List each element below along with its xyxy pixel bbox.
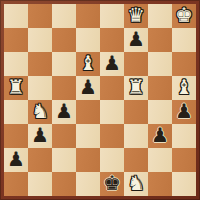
square-g2[interactable] xyxy=(148,148,172,172)
square-g5[interactable] xyxy=(148,76,172,100)
square-a4[interactable] xyxy=(4,100,28,124)
square-b3[interactable]: ♟ xyxy=(28,124,52,148)
square-a6[interactable] xyxy=(4,52,28,76)
square-f5[interactable]: ♜ xyxy=(124,76,148,100)
square-f7[interactable]: ♟ xyxy=(124,28,148,52)
square-d8[interactable] xyxy=(76,4,100,28)
square-b1[interactable] xyxy=(28,172,52,196)
square-d3[interactable] xyxy=(76,124,100,148)
black-pawn-f7[interactable]: ♟ xyxy=(127,28,145,51)
square-a2[interactable]: ♟ xyxy=(4,148,28,172)
square-d4[interactable] xyxy=(76,100,100,124)
square-g4[interactable] xyxy=(148,100,172,124)
square-g6[interactable] xyxy=(148,52,172,76)
square-e8[interactable] xyxy=(100,4,124,28)
square-d7[interactable] xyxy=(76,28,100,52)
square-f4[interactable] xyxy=(124,100,148,124)
black-pawn-h4[interactable]: ♟ xyxy=(175,100,193,123)
square-f3[interactable] xyxy=(124,124,148,148)
square-b7[interactable] xyxy=(28,28,52,52)
square-d2[interactable] xyxy=(76,148,100,172)
square-b6[interactable] xyxy=(28,52,52,76)
square-f6[interactable] xyxy=(124,52,148,76)
square-b8[interactable] xyxy=(28,4,52,28)
square-c8[interactable] xyxy=(52,4,76,28)
square-d1[interactable] xyxy=(76,172,100,196)
square-g1[interactable] xyxy=(148,172,172,196)
square-e7[interactable] xyxy=(100,28,124,52)
square-a3[interactable] xyxy=(4,124,28,148)
square-d6[interactable]: ♝ xyxy=(76,52,100,76)
square-e4[interactable] xyxy=(100,100,124,124)
square-e6[interactable]: ♟ xyxy=(100,52,124,76)
white-rook-a5[interactable]: ♜ xyxy=(7,76,25,99)
square-h3[interactable] xyxy=(172,124,196,148)
square-a5[interactable]: ♜ xyxy=(4,76,28,100)
white-knight-f1[interactable]: ♞ xyxy=(127,172,145,195)
square-h6[interactable] xyxy=(172,52,196,76)
black-pawn-e6[interactable]: ♟ xyxy=(103,52,121,75)
square-g7[interactable] xyxy=(148,28,172,52)
black-pawn-a2[interactable]: ♟ xyxy=(7,148,25,171)
white-bishop-h5[interactable]: ♝ xyxy=(175,76,193,99)
square-c6[interactable] xyxy=(52,52,76,76)
square-c2[interactable] xyxy=(52,148,76,172)
square-b5[interactable] xyxy=(28,76,52,100)
black-pawn-d5[interactable]: ♟ xyxy=(79,76,97,99)
square-c3[interactable] xyxy=(52,124,76,148)
square-g8[interactable] xyxy=(148,4,172,28)
square-a8[interactable] xyxy=(4,4,28,28)
black-pawn-b3[interactable]: ♟ xyxy=(31,124,49,147)
square-f8[interactable]: ♛ xyxy=(124,4,148,28)
square-a1[interactable] xyxy=(4,172,28,196)
square-c4[interactable]: ♟ xyxy=(52,100,76,124)
chess-board: ♛♚♟♝♟♜♟♜♝♞♟♟♟♟♟♚♞ xyxy=(4,4,196,196)
square-a7[interactable] xyxy=(4,28,28,52)
black-pawn-c4[interactable]: ♟ xyxy=(55,100,73,123)
square-h8[interactable]: ♚ xyxy=(172,4,196,28)
white-bishop-d6[interactable]: ♝ xyxy=(79,52,97,75)
white-queen-f8[interactable]: ♛ xyxy=(127,4,145,27)
square-e2[interactable] xyxy=(100,148,124,172)
square-e5[interactable] xyxy=(100,76,124,100)
square-g3[interactable]: ♟ xyxy=(148,124,172,148)
black-king-e1[interactable]: ♚ xyxy=(103,172,121,195)
square-h1[interactable] xyxy=(172,172,196,196)
black-pawn-g3[interactable]: ♟ xyxy=(151,124,169,147)
square-b2[interactable] xyxy=(28,148,52,172)
square-h7[interactable] xyxy=(172,28,196,52)
square-f1[interactable]: ♞ xyxy=(124,172,148,196)
square-b4[interactable]: ♞ xyxy=(28,100,52,124)
square-c1[interactable] xyxy=(52,172,76,196)
square-e3[interactable] xyxy=(100,124,124,148)
square-f2[interactable] xyxy=(124,148,148,172)
board-frame: ♛♚♟♝♟♜♟♜♝♞♟♟♟♟♟♚♞ xyxy=(0,0,200,200)
square-c5[interactable] xyxy=(52,76,76,100)
square-d5[interactable]: ♟ xyxy=(76,76,100,100)
square-h4[interactable]: ♟ xyxy=(172,100,196,124)
square-e1[interactable]: ♚ xyxy=(100,172,124,196)
square-h2[interactable] xyxy=(172,148,196,172)
white-rook-f5[interactable]: ♜ xyxy=(127,76,145,99)
white-king-h8[interactable]: ♚ xyxy=(175,4,193,27)
square-h5[interactable]: ♝ xyxy=(172,76,196,100)
square-c7[interactable] xyxy=(52,28,76,52)
white-knight-b4[interactable]: ♞ xyxy=(31,100,49,123)
